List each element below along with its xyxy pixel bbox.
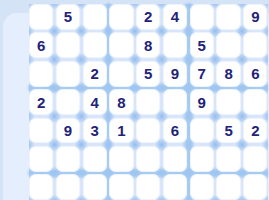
cell-r2c3[interactable] bbox=[83, 32, 107, 58]
cell-r5c2[interactable]: 9 bbox=[56, 118, 80, 144]
cell-r1c1[interactable] bbox=[29, 4, 53, 30]
given-digit: 8 bbox=[144, 38, 152, 53]
cell-r7c2[interactable] bbox=[56, 174, 80, 200]
cell-r7c4[interactable] bbox=[109, 174, 133, 200]
cell-r4c4[interactable]: 8 bbox=[109, 89, 133, 115]
cell-r1c3[interactable] bbox=[83, 4, 107, 30]
cell-r5c5[interactable] bbox=[136, 118, 160, 144]
app-viewport: 52496852597862489931652 bbox=[0, 0, 269, 200]
cell-r4c1[interactable]: 2 bbox=[29, 89, 53, 115]
cell-r4c3[interactable]: 4 bbox=[83, 89, 107, 115]
cell-r3c7[interactable]: 7 bbox=[190, 61, 214, 87]
cell-r1c6[interactable]: 4 bbox=[163, 4, 187, 30]
cell-r5c3[interactable]: 3 bbox=[83, 118, 107, 144]
given-digit: 4 bbox=[90, 95, 98, 110]
cell-r4c7[interactable]: 9 bbox=[190, 89, 214, 115]
cell-r3c4[interactable] bbox=[109, 61, 133, 87]
cell-r4c6[interactable] bbox=[163, 89, 187, 115]
cell-r5c9[interactable]: 2 bbox=[243, 118, 267, 144]
cell-r3c3[interactable]: 2 bbox=[83, 61, 107, 87]
cell-r1c7[interactable] bbox=[190, 4, 214, 30]
given-digit: 6 bbox=[171, 123, 179, 138]
given-digit: 7 bbox=[198, 66, 206, 81]
given-digit: 4 bbox=[171, 9, 179, 24]
cell-r4c5[interactable] bbox=[136, 89, 160, 115]
cell-r5c7[interactable] bbox=[190, 118, 214, 144]
cell-r7c5[interactable] bbox=[136, 174, 160, 200]
cell-r7c1[interactable] bbox=[29, 174, 53, 200]
cell-r2c1[interactable]: 6 bbox=[29, 32, 53, 58]
cell-r3c6[interactable]: 9 bbox=[163, 61, 187, 87]
cell-r2c8[interactable] bbox=[216, 32, 240, 58]
cell-r7c6[interactable] bbox=[163, 174, 187, 200]
given-digit: 5 bbox=[144, 66, 152, 81]
given-digit: 9 bbox=[198, 95, 206, 110]
cell-r4c8[interactable] bbox=[216, 89, 240, 115]
cell-r4c2[interactable] bbox=[56, 89, 80, 115]
cell-r3c8[interactable]: 8 bbox=[216, 61, 240, 87]
given-digit: 9 bbox=[171, 66, 179, 81]
cell-r2c7[interactable]: 5 bbox=[190, 32, 214, 58]
cell-r4c9[interactable] bbox=[243, 89, 267, 115]
cell-r6c8[interactable] bbox=[216, 146, 240, 172]
cell-r3c2[interactable] bbox=[56, 61, 80, 87]
cell-r7c9[interactable] bbox=[243, 174, 267, 200]
cell-r6c2[interactable] bbox=[56, 146, 80, 172]
cell-r6c4[interactable] bbox=[109, 146, 133, 172]
cell-r1c2[interactable]: 5 bbox=[56, 4, 80, 30]
sudoku-grid: 52496852597862489931652 bbox=[29, 4, 268, 200]
cell-r2c2[interactable] bbox=[56, 32, 80, 58]
given-digit: 5 bbox=[224, 123, 232, 138]
cell-r3c9[interactable]: 6 bbox=[243, 61, 267, 87]
cell-r1c8[interactable] bbox=[216, 4, 240, 30]
cell-r5c6[interactable]: 6 bbox=[163, 118, 187, 144]
cell-r2c5[interactable]: 8 bbox=[136, 32, 160, 58]
given-digit: 2 bbox=[251, 123, 259, 138]
given-digit: 2 bbox=[144, 9, 152, 24]
cell-r5c1[interactable] bbox=[29, 118, 53, 144]
cell-r7c7[interactable] bbox=[190, 174, 214, 200]
given-digit: 2 bbox=[37, 95, 45, 110]
cell-r6c5[interactable] bbox=[136, 146, 160, 172]
given-digit: 9 bbox=[64, 123, 72, 138]
cell-r5c4[interactable]: 1 bbox=[109, 118, 133, 144]
given-digit: 3 bbox=[90, 123, 98, 138]
given-digit: 6 bbox=[251, 66, 259, 81]
given-digit: 2 bbox=[90, 66, 98, 81]
cell-r6c6[interactable] bbox=[163, 146, 187, 172]
cell-r2c4[interactable] bbox=[109, 32, 133, 58]
cell-r6c1[interactable] bbox=[29, 146, 53, 172]
given-digit: 6 bbox=[37, 38, 45, 53]
cell-r6c9[interactable] bbox=[243, 146, 267, 172]
cell-r1c4[interactable] bbox=[109, 4, 133, 30]
cell-r5c8[interactable]: 5 bbox=[216, 118, 240, 144]
cell-r2c9[interactable] bbox=[243, 32, 267, 58]
cell-r1c9[interactable]: 9 bbox=[243, 4, 267, 30]
given-digit: 9 bbox=[251, 9, 259, 24]
cell-r2c6[interactable] bbox=[163, 32, 187, 58]
cell-r3c1[interactable] bbox=[29, 61, 53, 87]
cell-r6c3[interactable] bbox=[83, 146, 107, 172]
cell-r6c7[interactable] bbox=[190, 146, 214, 172]
given-digit: 8 bbox=[117, 95, 125, 110]
cell-r1c5[interactable]: 2 bbox=[136, 4, 160, 30]
cell-r7c8[interactable] bbox=[216, 174, 240, 200]
cell-r7c3[interactable] bbox=[83, 174, 107, 200]
given-digit: 5 bbox=[64, 9, 72, 24]
given-digit: 8 bbox=[224, 66, 232, 81]
given-digit: 5 bbox=[198, 38, 206, 53]
cell-r3c5[interactable]: 5 bbox=[136, 61, 160, 87]
given-digit: 1 bbox=[117, 123, 125, 138]
